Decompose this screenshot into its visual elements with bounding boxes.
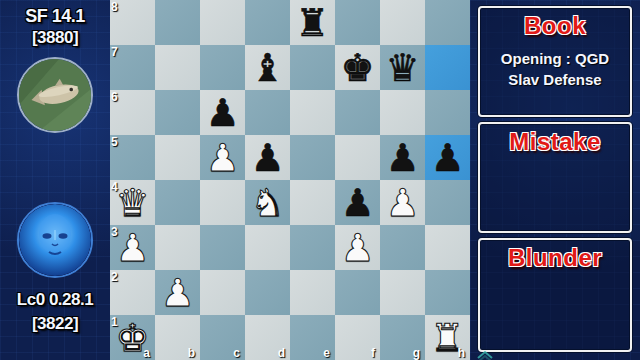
square-c4[interactable] <box>200 180 245 225</box>
square-d5[interactable]: ♟ <box>245 135 290 180</box>
square-e1[interactable]: e <box>290 315 335 360</box>
file-label-c: c <box>233 346 240 360</box>
square-d2[interactable] <box>245 270 290 315</box>
square-h7[interactable] <box>425 45 470 90</box>
file-label-e: e <box>323 346 330 360</box>
square-e6[interactable] <box>290 90 335 135</box>
square-a4[interactable]: 4♛ <box>110 180 155 225</box>
square-e5[interactable] <box>290 135 335 180</box>
rank-label-8: 8 <box>111 0 118 14</box>
top-engine-name: SF 14.1 <box>0 6 110 27</box>
lc0-avatar <box>17 202 93 278</box>
square-f3[interactable]: ♟ <box>335 225 380 270</box>
square-h3[interactable] <box>425 225 470 270</box>
square-h2[interactable] <box>425 270 470 315</box>
piece-wP-f3: ♟ <box>335 225 380 270</box>
annotation-panel: Book Opening : QGD Slav Defense Mistake … <box>470 0 640 360</box>
broadcast-frame: SF 14.1 [3880] <box>0 0 640 360</box>
piece-wP-b2: ♟ <box>155 270 200 315</box>
file-label-h: h <box>458 346 465 360</box>
square-f6[interactable] <box>335 90 380 135</box>
square-b4[interactable] <box>155 180 200 225</box>
rank-label-4: 4 <box>111 180 118 194</box>
piece-bR-e8: ♜ <box>290 0 335 45</box>
book-label: Book <box>480 12 630 40</box>
file-label-b: b <box>188 346 195 360</box>
piece-bB-d7: ♝ <box>245 45 290 90</box>
piece-bP-g5: ♟ <box>380 135 425 180</box>
piece-bP-c6: ♟ <box>200 90 245 135</box>
square-a5[interactable]: 5 <box>110 135 155 180</box>
square-e3[interactable] <box>290 225 335 270</box>
square-d1[interactable]: d <box>245 315 290 360</box>
book-box: Book Opening : QGD Slav Defense <box>478 6 632 117</box>
square-a8[interactable]: 8 <box>110 0 155 45</box>
square-a1[interactable]: 1a♚ <box>110 315 155 360</box>
square-f5[interactable] <box>335 135 380 180</box>
square-h6[interactable] <box>425 90 470 135</box>
square-f8[interactable] <box>335 0 380 45</box>
mistake-label: Mistake <box>480 128 630 156</box>
top-engine-rating: [3880] <box>0 28 110 48</box>
square-b5[interactable] <box>155 135 200 180</box>
square-b7[interactable] <box>155 45 200 90</box>
piece-bQ-g7: ♛ <box>380 45 425 90</box>
chess-board[interactable]: 8♜7♝♚♛6♟5♟♟♟♟4♛♞♟♟3♟♟2♟1a♚bcdefgh♜ <box>110 0 470 360</box>
file-label-f: f <box>371 346 375 360</box>
square-e4[interactable] <box>290 180 335 225</box>
piece-bK-f7: ♚ <box>335 45 380 90</box>
piece-bP-d5: ♟ <box>245 135 290 180</box>
square-b1[interactable]: b <box>155 315 200 360</box>
piece-wN-d4: ♞ <box>245 180 290 225</box>
file-label-a: a <box>143 346 150 360</box>
piece-wP-c5: ♟ <box>200 135 245 180</box>
square-h8[interactable] <box>425 0 470 45</box>
square-a3[interactable]: 3♟ <box>110 225 155 270</box>
square-c1[interactable]: c <box>200 315 245 360</box>
square-g3[interactable] <box>380 225 425 270</box>
square-g1[interactable]: g <box>380 315 425 360</box>
square-d6[interactable] <box>245 90 290 135</box>
chevron-up-icon <box>476 348 494 360</box>
square-g2[interactable] <box>380 270 425 315</box>
mistake-box: Mistake <box>478 122 632 233</box>
square-h1[interactable]: h♜ <box>425 315 470 360</box>
square-f7[interactable]: ♚ <box>335 45 380 90</box>
file-label-g: g <box>413 346 420 360</box>
square-d8[interactable] <box>245 0 290 45</box>
square-c6[interactable]: ♟ <box>200 90 245 135</box>
lc0-face-icon <box>19 204 91 276</box>
rank-label-3: 3 <box>111 225 118 239</box>
rank-label-1: 1 <box>111 315 118 329</box>
square-a7[interactable]: 7 <box>110 45 155 90</box>
square-b6[interactable] <box>155 90 200 135</box>
square-d4[interactable]: ♞ <box>245 180 290 225</box>
square-e7[interactable] <box>290 45 335 90</box>
square-f2[interactable] <box>335 270 380 315</box>
variation-line: Slav Defense <box>480 69 630 90</box>
piece-bP-f4: ♟ <box>335 180 380 225</box>
square-h5[interactable]: ♟ <box>425 135 470 180</box>
square-c5[interactable]: ♟ <box>200 135 245 180</box>
fish-icon <box>19 59 91 131</box>
square-g8[interactable] <box>380 0 425 45</box>
rank-label-6: 6 <box>111 90 118 104</box>
rank-label-7: 7 <box>111 45 118 59</box>
square-c7[interactable] <box>200 45 245 90</box>
rank-label-5: 5 <box>111 135 118 149</box>
square-b8[interactable] <box>155 0 200 45</box>
square-d3[interactable] <box>245 225 290 270</box>
square-b3[interactable] <box>155 225 200 270</box>
left-player-panel: SF 14.1 [3880] <box>0 0 110 360</box>
piece-wP-g4: ♟ <box>380 180 425 225</box>
square-h4[interactable] <box>425 180 470 225</box>
square-g7[interactable]: ♛ <box>380 45 425 90</box>
square-b2[interactable]: ♟ <box>155 270 200 315</box>
file-label-d: d <box>278 346 285 360</box>
piece-bP-h5: ♟ <box>425 135 470 180</box>
square-c8[interactable] <box>200 0 245 45</box>
square-e2[interactable] <box>290 270 335 315</box>
square-a6[interactable]: 6 <box>110 90 155 135</box>
blunder-box: Blunder <box>478 238 632 352</box>
square-d7[interactable]: ♝ <box>245 45 290 90</box>
square-c2[interactable] <box>200 270 245 315</box>
bottom-engine-name: Lc0 0.28.1 <box>0 290 110 310</box>
bottom-engine-rating: [3822] <box>0 314 110 334</box>
blunder-label: Blunder <box>480 244 630 272</box>
opening-line: Opening : QGD <box>480 48 630 69</box>
square-c3[interactable] <box>200 225 245 270</box>
square-g4[interactable]: ♟ <box>380 180 425 225</box>
stockfish-avatar <box>17 57 93 133</box>
square-a2[interactable]: 2 <box>110 270 155 315</box>
square-g5[interactable]: ♟ <box>380 135 425 180</box>
square-f1[interactable]: f <box>335 315 380 360</box>
rank-label-2: 2 <box>111 270 118 284</box>
square-e8[interactable]: ♜ <box>290 0 335 45</box>
square-f4[interactable]: ♟ <box>335 180 380 225</box>
square-g6[interactable] <box>380 90 425 135</box>
